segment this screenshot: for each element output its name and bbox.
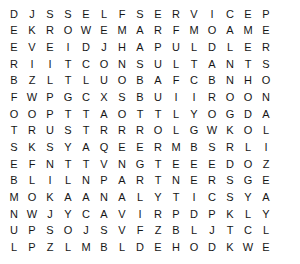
grid-cell[interactable]: T <box>59 106 77 123</box>
grid-cell[interactable]: P <box>257 6 275 23</box>
grid-cell[interactable]: E <box>131 139 149 156</box>
grid-cell[interactable]: S <box>221 173 239 190</box>
grid-cell[interactable]: U <box>149 56 167 73</box>
grid-cell[interactable]: C <box>203 189 221 206</box>
grid-cell[interactable]: L <box>185 223 203 240</box>
grid-cell[interactable]: V <box>113 206 131 223</box>
grid-cell[interactable]: X <box>95 89 113 106</box>
grid-cell[interactable]: A <box>113 173 131 190</box>
grid-cell[interactable]: O <box>59 223 77 240</box>
grid-cell[interactable]: G <box>239 173 257 190</box>
grid-cell[interactable]: M <box>77 239 95 256</box>
grid-cell[interactable]: N <box>167 173 185 190</box>
grid-cell[interactable]: K <box>221 206 239 223</box>
grid-cell[interactable]: U <box>41 123 59 140</box>
grid-cell[interactable]: N <box>5 206 23 223</box>
grid-cell[interactable]: I <box>131 206 149 223</box>
grid-cell[interactable]: R <box>41 23 59 40</box>
grid-cell[interactable]: E <box>239 6 257 23</box>
grid-cell[interactable]: E <box>185 156 203 173</box>
grid-cell[interactable]: L <box>41 73 59 90</box>
grid-cell[interactable]: C <box>185 73 203 90</box>
grid-cell[interactable]: E <box>185 173 203 190</box>
grid-cell[interactable]: T <box>149 173 167 190</box>
grid-cell[interactable]: R <box>113 123 131 140</box>
grid-cell[interactable]: S <box>113 89 131 106</box>
grid-cell[interactable]: A <box>149 73 167 90</box>
grid-cell[interactable]: T <box>59 56 77 73</box>
grid-cell[interactable]: O <box>113 106 131 123</box>
grid-cell[interactable]: S <box>59 123 77 140</box>
grid-cell[interactable]: R <box>149 139 167 156</box>
grid-cell[interactable]: D <box>185 206 203 223</box>
grid-cell[interactable]: B <box>131 73 149 90</box>
grid-cell[interactable]: H <box>113 39 131 56</box>
grid-cell[interactable]: J <box>23 6 41 23</box>
grid-cell[interactable]: T <box>185 56 203 73</box>
grid-cell[interactable]: E <box>95 23 113 40</box>
grid-cell[interactable]: R <box>95 123 113 140</box>
grid-cell[interactable]: F <box>5 89 23 106</box>
grid-cell[interactable]: E <box>113 139 131 156</box>
grid-cell[interactable]: R <box>131 123 149 140</box>
grid-cell[interactable]: P <box>41 89 59 106</box>
grid-cell[interactable]: R <box>257 39 275 56</box>
grid-cell[interactable]: N <box>221 73 239 90</box>
grid-cell[interactable]: T <box>59 156 77 173</box>
grid-cell[interactable]: S <box>203 139 221 156</box>
grid-cell[interactable]: K <box>221 239 239 256</box>
grid-cell[interactable]: P <box>167 206 185 223</box>
grid-cell[interactable]: D <box>131 239 149 256</box>
grid-cell[interactable]: P <box>203 206 221 223</box>
grid-cell[interactable]: S <box>257 56 275 73</box>
grid-cell[interactable]: I <box>257 139 275 156</box>
grid-cell[interactable]: A <box>77 189 95 206</box>
grid-cell[interactable]: L <box>59 239 77 256</box>
grid-cell[interactable]: R <box>221 139 239 156</box>
grid-cell[interactable]: D <box>203 39 221 56</box>
grid-cell[interactable]: R <box>23 123 41 140</box>
grid-cell[interactable]: U <box>167 39 185 56</box>
grid-cell[interactable]: C <box>239 223 257 240</box>
grid-cell[interactable]: D <box>239 106 257 123</box>
grid-cell[interactable]: A <box>95 106 113 123</box>
grid-cell[interactable]: O <box>239 89 257 106</box>
grid-cell[interactable]: O <box>5 106 23 123</box>
grid-cell[interactable]: N <box>257 89 275 106</box>
grid-cell[interactable]: M <box>113 23 131 40</box>
grid-cell[interactable]: S <box>41 223 59 240</box>
grid-cell[interactable]: I <box>59 39 77 56</box>
grid-cell[interactable]: E <box>257 23 275 40</box>
grid-cell[interactable]: S <box>5 139 23 156</box>
grid-cell[interactable]: R <box>149 206 167 223</box>
grid-cell[interactable]: L <box>167 106 185 123</box>
grid-cell[interactable]: P <box>23 239 41 256</box>
grid-cell[interactable]: L <box>239 206 257 223</box>
grid-cell[interactable]: L <box>59 173 77 190</box>
grid-cell[interactable]: O <box>239 123 257 140</box>
grid-cell[interactable]: Z <box>257 156 275 173</box>
grid-cell[interactable]: P <box>23 223 41 240</box>
grid-cell[interactable]: P <box>95 173 113 190</box>
grid-cell[interactable]: N <box>95 189 113 206</box>
grid-cell[interactable]: I <box>203 6 221 23</box>
grid-cell[interactable]: S <box>95 223 113 240</box>
grid-cell[interactable]: Y <box>149 189 167 206</box>
grid-cell[interactable]: B <box>167 223 185 240</box>
grid-cell[interactable]: M <box>167 139 185 156</box>
grid-cell[interactable]: I <box>41 56 59 73</box>
grid-cell[interactable]: O <box>203 106 221 123</box>
grid-cell[interactable]: D <box>77 39 95 56</box>
grid-cell[interactable]: L <box>167 123 185 140</box>
grid-cell[interactable]: O <box>95 56 113 73</box>
grid-cell[interactable]: L <box>257 123 275 140</box>
grid-cell[interactable]: A <box>221 23 239 40</box>
grid-cell[interactable]: C <box>77 56 95 73</box>
grid-cell[interactable]: U <box>95 73 113 90</box>
grid-cell[interactable]: Z <box>23 73 41 90</box>
grid-cell[interactable]: T <box>167 189 185 206</box>
grid-cell[interactable]: D <box>5 6 23 23</box>
grid-cell[interactable]: L <box>77 73 95 90</box>
grid-cell[interactable]: V <box>23 39 41 56</box>
grid-cell[interactable]: E <box>149 6 167 23</box>
grid-cell[interactable]: N <box>77 173 95 190</box>
grid-cell[interactable]: M <box>5 189 23 206</box>
grid-cell[interactable]: U <box>5 223 23 240</box>
grid-cell[interactable]: T <box>77 156 95 173</box>
grid-cell[interactable]: C <box>77 206 95 223</box>
grid-cell[interactable]: R <box>5 56 23 73</box>
grid-cell[interactable]: O <box>59 23 77 40</box>
grid-cell[interactable]: T <box>59 73 77 90</box>
grid-cell[interactable]: R <box>149 23 167 40</box>
grid-cell[interactable]: Q <box>95 139 113 156</box>
grid-cell[interactable]: E <box>5 156 23 173</box>
grid-cell[interactable]: R <box>203 89 221 106</box>
grid-cell[interactable]: G <box>221 106 239 123</box>
grid-cell[interactable]: T <box>5 123 23 140</box>
grid-cell[interactable]: L <box>257 223 275 240</box>
grid-cell[interactable]: J <box>41 206 59 223</box>
grid-cell[interactable]: O <box>113 73 131 90</box>
grid-cell[interactable]: W <box>203 123 221 140</box>
grid-cell[interactable]: L <box>221 39 239 56</box>
grid-cell[interactable]: I <box>185 89 203 106</box>
grid-cell[interactable]: F <box>113 6 131 23</box>
grid-cell[interactable]: F <box>23 156 41 173</box>
grid-cell[interactable]: Z <box>41 239 59 256</box>
grid-cell[interactable]: B <box>5 73 23 90</box>
grid-cell[interactable]: K <box>41 189 59 206</box>
grid-cell[interactable]: T <box>131 106 149 123</box>
grid-cell[interactable]: S <box>59 6 77 23</box>
grid-cell[interactable]: B <box>131 89 149 106</box>
grid-cell[interactable]: S <box>221 189 239 206</box>
grid-cell[interactable]: O <box>257 73 275 90</box>
grid-cell[interactable]: Y <box>59 139 77 156</box>
grid-cell[interactable]: K <box>221 123 239 140</box>
grid-cell[interactable]: O <box>221 89 239 106</box>
grid-cell[interactable]: N <box>221 56 239 73</box>
grid-cell[interactable]: L <box>185 39 203 56</box>
grid-cell[interactable]: L <box>167 56 185 73</box>
grid-cell[interactable]: L <box>5 239 23 256</box>
grid-cell[interactable]: B <box>5 173 23 190</box>
grid-cell[interactable]: I <box>185 189 203 206</box>
grid-cell[interactable]: S <box>41 6 59 23</box>
grid-cell[interactable]: E <box>257 173 275 190</box>
grid-cell[interactable]: K <box>23 139 41 156</box>
grid-cell[interactable]: A <box>77 139 95 156</box>
grid-cell[interactable]: E <box>203 156 221 173</box>
grid-cell[interactable]: L <box>239 139 257 156</box>
grid-cell[interactable]: G <box>59 89 77 106</box>
grid-cell[interactable]: M <box>185 23 203 40</box>
grid-cell[interactable]: F <box>131 223 149 240</box>
grid-cell[interactable]: E <box>167 156 185 173</box>
grid-cell[interactable]: E <box>41 39 59 56</box>
grid-cell[interactable]: F <box>167 23 185 40</box>
grid-cell[interactable]: O <box>203 23 221 40</box>
grid-cell[interactable]: D <box>203 239 221 256</box>
grid-cell[interactable]: T <box>149 106 167 123</box>
grid-cell[interactable]: A <box>95 206 113 223</box>
grid-cell[interactable]: T <box>221 223 239 240</box>
grid-cell[interactable]: E <box>257 239 275 256</box>
grid-cell[interactable]: E <box>239 39 257 56</box>
grid-cell[interactable]: E <box>5 23 23 40</box>
grid-cell[interactable]: E <box>77 6 95 23</box>
grid-cell[interactable]: Y <box>239 189 257 206</box>
grid-cell[interactable]: W <box>77 23 95 40</box>
grid-cell[interactable]: V <box>95 156 113 173</box>
grid-cell[interactable]: T <box>77 123 95 140</box>
grid-cell[interactable]: K <box>23 23 41 40</box>
grid-cell[interactable]: T <box>239 56 257 73</box>
grid-cell[interactable]: W <box>23 89 41 106</box>
grid-cell[interactable]: Y <box>257 206 275 223</box>
grid-cell[interactable]: I <box>23 56 41 73</box>
grid-cell[interactable]: T <box>149 156 167 173</box>
grid-cell[interactable]: N <box>41 156 59 173</box>
grid-cell[interactable]: R <box>131 173 149 190</box>
word-search-grid: DJSSELFSERVICEPEKROWEMARFMOAMEEVEIDJHAPU… <box>5 6 275 256</box>
grid-cell[interactable]: L <box>95 6 113 23</box>
grid-cell[interactable]: S <box>131 56 149 73</box>
grid-cell[interactable]: G <box>131 156 149 173</box>
grid-cell[interactable]: I <box>41 173 59 190</box>
grid-cell[interactable]: L <box>23 173 41 190</box>
grid-cell[interactable]: V <box>113 223 131 240</box>
grid-cell[interactable]: P <box>149 39 167 56</box>
grid-cell[interactable]: M <box>239 23 257 40</box>
grid-cell[interactable]: L <box>113 239 131 256</box>
grid-cell[interactable]: R <box>167 6 185 23</box>
grid-cell[interactable]: R <box>203 173 221 190</box>
grid-cell[interactable]: S <box>41 139 59 156</box>
grid-cell[interactable]: H <box>167 239 185 256</box>
grid-cell[interactable]: O <box>239 156 257 173</box>
grid-cell[interactable]: A <box>113 189 131 206</box>
grid-cell[interactable]: A <box>131 23 149 40</box>
grid-cell[interactable]: N <box>113 156 131 173</box>
grid-cell[interactable]: L <box>131 189 149 206</box>
grid-cell[interactable]: F <box>167 73 185 90</box>
grid-cell[interactable]: J <box>203 223 221 240</box>
grid-cell[interactable]: G <box>185 123 203 140</box>
grid-cell[interactable]: V <box>185 6 203 23</box>
grid-cell[interactable]: Y <box>185 106 203 123</box>
grid-cell[interactable]: I <box>167 89 185 106</box>
grid-cell[interactable]: Y <box>59 206 77 223</box>
grid-cell[interactable]: S <box>131 6 149 23</box>
grid-cell[interactable]: N <box>113 56 131 73</box>
grid-cell[interactable]: W <box>239 239 257 256</box>
grid-cell[interactable]: O <box>23 106 41 123</box>
grid-cell[interactable]: A <box>257 106 275 123</box>
grid-cell[interactable]: B <box>95 239 113 256</box>
grid-cell[interactable]: B <box>185 139 203 156</box>
grid-cell[interactable]: O <box>23 189 41 206</box>
grid-cell[interactable]: E <box>5 39 23 56</box>
grid-cell[interactable]: C <box>77 89 95 106</box>
grid-cell[interactable]: J <box>95 39 113 56</box>
grid-cell[interactable]: A <box>131 39 149 56</box>
grid-cell[interactable]: H <box>239 73 257 90</box>
grid-cell[interactable]: U <box>149 89 167 106</box>
grid-cell[interactable]: P <box>41 106 59 123</box>
grid-cell[interactable]: A <box>203 56 221 73</box>
grid-cell[interactable]: Z <box>149 223 167 240</box>
grid-cell[interactable]: T <box>77 106 95 123</box>
grid-cell[interactable]: O <box>149 123 167 140</box>
grid-cell[interactable]: J <box>77 223 95 240</box>
grid-cell[interactable]: A <box>59 189 77 206</box>
grid-cell[interactable]: E <box>149 239 167 256</box>
grid-cell[interactable]: C <box>221 6 239 23</box>
grid-cell[interactable]: D <box>221 156 239 173</box>
grid-cell[interactable]: O <box>185 239 203 256</box>
grid-cell[interactable]: W <box>23 206 41 223</box>
grid-cell[interactable]: A <box>257 189 275 206</box>
grid-cell[interactable]: B <box>203 73 221 90</box>
